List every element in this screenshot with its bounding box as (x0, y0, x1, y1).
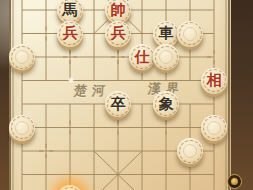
piece-hidden[interactable] (153, 44, 179, 70)
piece-character: 象 (159, 97, 174, 112)
piece-character: 兵 (63, 26, 78, 41)
piece-hidden[interactable] (201, 115, 227, 141)
piece-hidden[interactable] (177, 21, 203, 47)
piece-black-車[interactable]: 車 (153, 21, 179, 47)
xiangqi-app-screen: 楚河 漢界 馬帥兵兵車仕相卒象 (0, 0, 253, 190)
piece-character: 仕 (135, 50, 150, 65)
piece-black-象[interactable]: 象 (153, 91, 179, 117)
piece-red-兵[interactable]: 兵 (57, 21, 83, 47)
piece-character: 相 (207, 73, 222, 88)
piece-hidden[interactable] (9, 44, 35, 70)
piece-black-卒[interactable]: 卒 (105, 91, 131, 117)
river-label-chu-he: 楚河 (73, 82, 111, 100)
piece-hidden[interactable] (177, 138, 203, 164)
piece-character: 馬 (63, 3, 78, 18)
piece-red-兵[interactable]: 兵 (105, 21, 131, 47)
piece-character: 車 (159, 26, 174, 41)
piece-red-仕[interactable]: 仕 (129, 44, 155, 70)
piece-character: 兵 (111, 26, 126, 41)
piece-character: 帥 (111, 3, 126, 18)
corner-badge-icon[interactable] (227, 174, 242, 189)
piece-character: 卒 (111, 97, 126, 112)
piece-red-相[interactable]: 相 (201, 68, 227, 94)
piece-hidden[interactable] (9, 115, 35, 141)
